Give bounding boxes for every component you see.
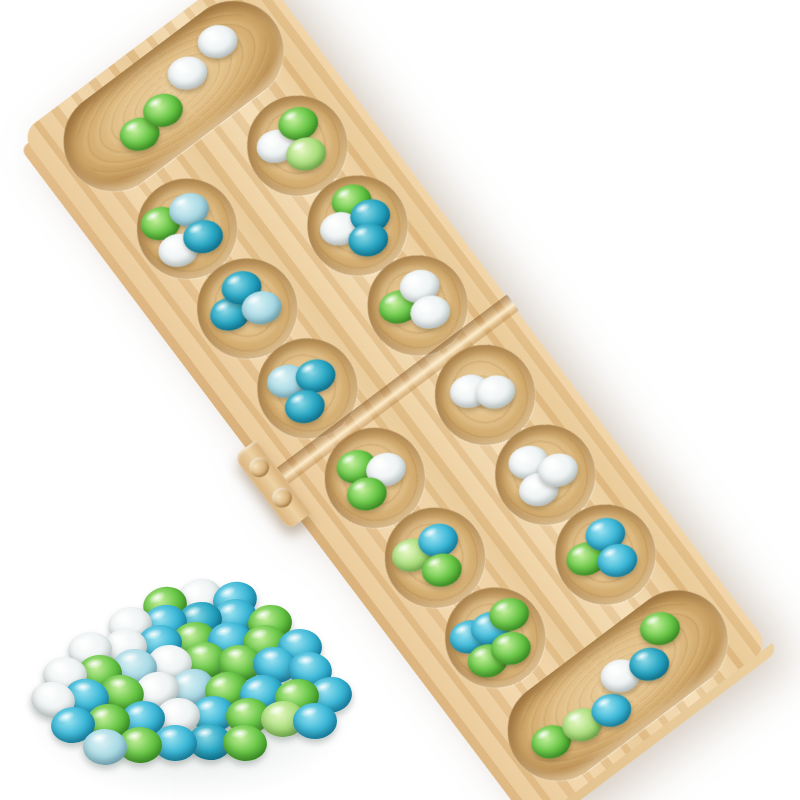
hinge-pin-icon bbox=[268, 484, 296, 512]
stone-paleblue[interactable] bbox=[83, 729, 128, 766]
product-photo-background bbox=[0, 0, 800, 800]
loose-stones-pile bbox=[15, 545, 365, 800]
hinge-pin-icon bbox=[245, 453, 273, 481]
stone-white[interactable] bbox=[165, 53, 211, 93]
stone-white[interactable] bbox=[195, 22, 240, 61]
stone-green[interactable] bbox=[637, 610, 681, 648]
stone-blue[interactable] bbox=[293, 703, 337, 739]
